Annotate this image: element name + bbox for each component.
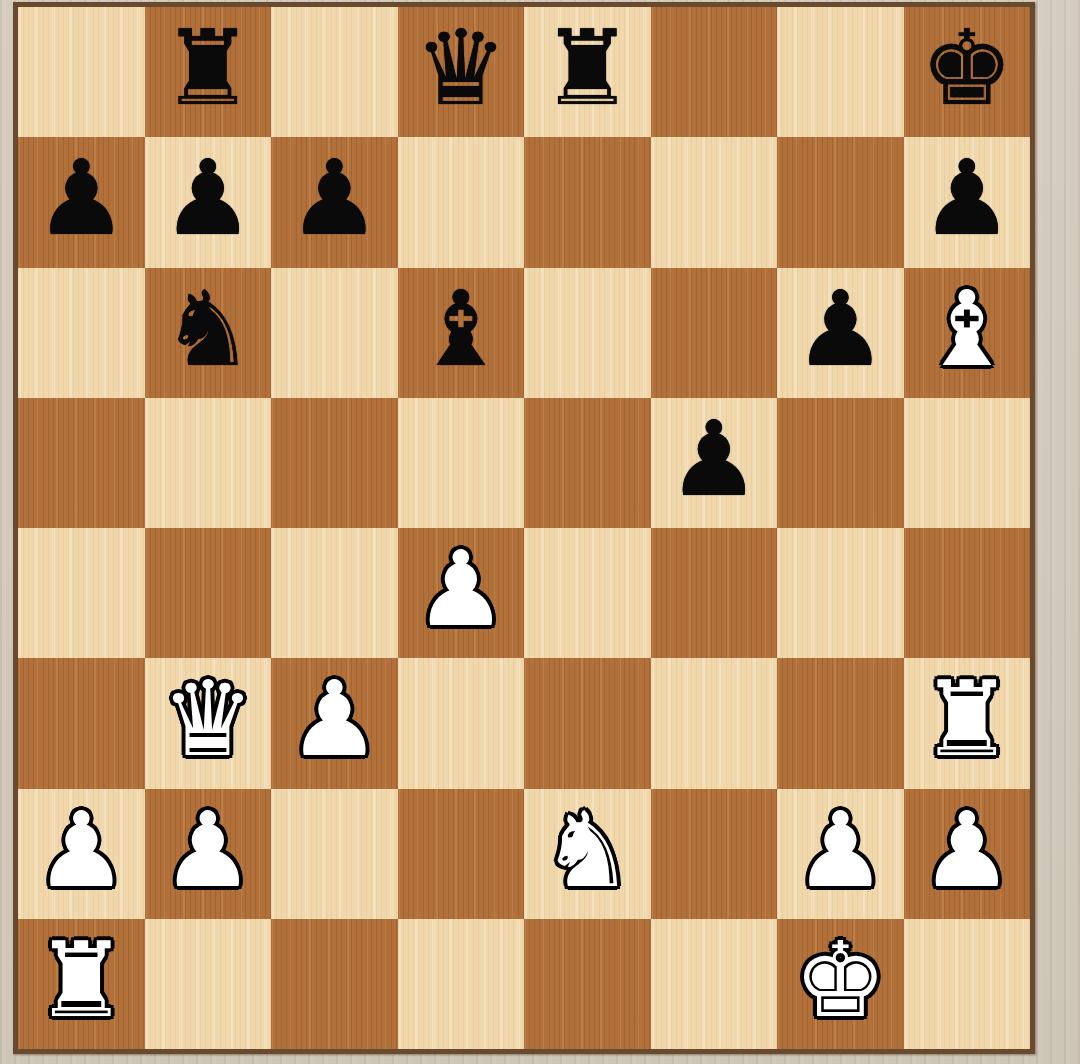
square-f2[interactable] [651,789,778,919]
piece-white-queen[interactable]: ♛ [161,667,254,771]
square-g3[interactable] [777,658,904,788]
square-e1[interactable] [524,919,651,1049]
piece-white-king[interactable]: ♚ [794,928,887,1032]
square-d2[interactable] [398,789,525,919]
square-g2[interactable]: ♟ [777,789,904,919]
piece-white-pawn[interactable]: ♟ [35,798,128,902]
square-g1[interactable]: ♚ [777,919,904,1049]
piece-black-rook[interactable]: ♜ [541,16,634,120]
square-g4[interactable] [777,528,904,658]
square-e5[interactable] [524,398,651,528]
square-b4[interactable] [145,528,272,658]
piece-black-queen[interactable]: ♛ [414,16,507,120]
square-h5[interactable] [904,398,1031,528]
square-e6[interactable] [524,268,651,398]
square-f7[interactable] [651,137,778,267]
square-d3[interactable] [398,658,525,788]
piece-black-rook[interactable]: ♜ [161,16,254,120]
piece-black-bishop[interactable]: ♝ [414,277,507,381]
square-h1[interactable] [904,919,1031,1049]
square-a3[interactable] [18,658,145,788]
chess-board: ♜♛♜♚♟♟♟♟♞♝♟♝♟♟♛♟♜♟♟♞♟♟♜♚ [18,7,1030,1049]
square-a4[interactable] [18,528,145,658]
square-e2[interactable]: ♞ [524,789,651,919]
square-h7[interactable]: ♟ [904,137,1031,267]
piece-black-knight[interactable]: ♞ [161,277,254,381]
square-e3[interactable] [524,658,651,788]
square-h3[interactable]: ♜ [904,658,1031,788]
square-b3[interactable]: ♛ [145,658,272,788]
piece-black-pawn[interactable]: ♟ [35,146,128,250]
square-a7[interactable]: ♟ [18,137,145,267]
square-g8[interactable] [777,7,904,137]
piece-white-rook[interactable]: ♜ [920,667,1013,771]
square-b6[interactable]: ♞ [145,268,272,398]
square-a8[interactable] [18,7,145,137]
square-g5[interactable] [777,398,904,528]
square-c5[interactable] [271,398,398,528]
square-c2[interactable] [271,789,398,919]
square-c6[interactable] [271,268,398,398]
square-h4[interactable] [904,528,1031,658]
square-b2[interactable]: ♟ [145,789,272,919]
square-b5[interactable] [145,398,272,528]
piece-black-pawn[interactable]: ♟ [920,146,1013,250]
piece-white-pawn[interactable]: ♟ [794,798,887,902]
piece-white-rook[interactable]: ♜ [35,928,128,1032]
piece-black-pawn[interactable]: ♟ [667,407,760,511]
square-c4[interactable] [271,528,398,658]
square-f6[interactable] [651,268,778,398]
square-g7[interactable] [777,137,904,267]
square-c3[interactable]: ♟ [271,658,398,788]
square-a2[interactable]: ♟ [18,789,145,919]
square-f5[interactable]: ♟ [651,398,778,528]
square-g6[interactable]: ♟ [777,268,904,398]
square-e7[interactable] [524,137,651,267]
square-h8[interactable]: ♚ [904,7,1031,137]
piece-white-pawn[interactable]: ♟ [161,798,254,902]
square-b7[interactable]: ♟ [145,137,272,267]
square-h6[interactable]: ♝ [904,268,1031,398]
piece-white-pawn[interactable]: ♟ [920,798,1013,902]
square-d6[interactable]: ♝ [398,268,525,398]
square-c7[interactable]: ♟ [271,137,398,267]
square-d4[interactable]: ♟ [398,528,525,658]
square-e8[interactable]: ♜ [524,7,651,137]
square-e4[interactable] [524,528,651,658]
piece-black-pawn[interactable]: ♟ [161,146,254,250]
square-f4[interactable] [651,528,778,658]
piece-black-pawn[interactable]: ♟ [794,277,887,381]
square-d5[interactable] [398,398,525,528]
piece-white-bishop[interactable]: ♝ [920,277,1013,381]
piece-white-pawn[interactable]: ♟ [288,667,381,771]
square-b1[interactable] [145,919,272,1049]
square-f3[interactable] [651,658,778,788]
square-d8[interactable]: ♛ [398,7,525,137]
square-a5[interactable] [18,398,145,528]
piece-white-knight[interactable]: ♞ [541,798,634,902]
piece-white-pawn[interactable]: ♟ [414,537,507,641]
square-d1[interactable] [398,919,525,1049]
piece-black-pawn[interactable]: ♟ [288,146,381,250]
chess-board-frame: ♜♛♜♚♟♟♟♟♞♝♟♝♟♟♛♟♜♟♟♞♟♟♜♚ [13,2,1035,1054]
square-a1[interactable]: ♜ [18,919,145,1049]
square-f8[interactable] [651,7,778,137]
square-c1[interactable] [271,919,398,1049]
square-h2[interactable]: ♟ [904,789,1031,919]
square-c8[interactable] [271,7,398,137]
square-d7[interactable] [398,137,525,267]
square-a6[interactable] [18,268,145,398]
square-f1[interactable] [651,919,778,1049]
piece-black-king[interactable]: ♚ [920,16,1013,120]
square-b8[interactable]: ♜ [145,7,272,137]
